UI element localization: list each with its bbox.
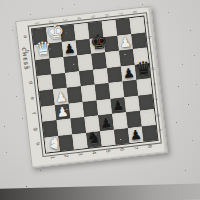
- rank-label-bottom-5: 5: [105, 149, 110, 153]
- file-label-left-h: h: [35, 142, 40, 146]
- board-grain-specks: [16, 22, 17, 23]
- black-knight-h4: ♞: [86, 129, 102, 146]
- file-label-left-f: f: [31, 112, 36, 114]
- white-knight-h1: ♞: [44, 134, 60, 151]
- white-pawn-f2: ♟: [55, 105, 70, 120]
- rank-label-bottom-7: 7: [133, 146, 138, 150]
- rank-label-bottom-2: 2: [64, 154, 69, 158]
- file-label-left-a: a: [23, 35, 28, 39]
- file-label-left-g: g: [33, 127, 38, 131]
- file-label-right-g: g: [156, 113, 161, 117]
- rank-label-bottom-1: 1: [50, 156, 55, 160]
- file-label-left-c: c: [26, 66, 31, 69]
- board-square-e8: [136, 78, 152, 95]
- film-grain-specks: [0, 0, 1, 1]
- board-square-b8: [131, 32, 147, 49]
- file-label-right-e: e: [152, 82, 157, 86]
- rank-label-top-8: 8: [132, 10, 137, 14]
- white-pawn-e2: ♟: [53, 89, 68, 104]
- board-square-g8: [140, 109, 156, 126]
- black-queen-d8: ♛: [134, 58, 150, 78]
- file-label-right-a: a: [145, 21, 150, 25]
- file-label-right-b: b: [147, 36, 152, 40]
- file-label-right-c: c: [148, 52, 153, 55]
- rank-label-bottom-4: 4: [91, 151, 96, 155]
- file-label-left-e: e: [30, 96, 35, 100]
- rank-label-bottom-8: 8: [147, 144, 152, 148]
- rank-label-bottom-6: 6: [119, 148, 124, 152]
- rank-label-top-7: 7: [118, 12, 123, 16]
- rank-label-bottom-3: 3: [77, 152, 82, 156]
- file-label-left-d: d: [28, 81, 33, 85]
- board-square-f8: [138, 94, 154, 111]
- file-label-right-h: h: [157, 128, 162, 132]
- black-pawn-f6: ♟: [111, 98, 126, 113]
- rank-label-top-6: 6: [104, 13, 109, 17]
- board-square-h8: [142, 124, 158, 141]
- file-label-right-f: f: [153, 98, 158, 100]
- black-pawn-g5: ♟: [98, 115, 113, 130]
- chessboard: CHESS ♕ ♚♛♟♚♟♟♛♟♟♟♟♞♞♟ 1234567812345678a…: [15, 6, 168, 169]
- rank-label-top-1: 1: [34, 21, 39, 25]
- black-pawn-d7: ♟: [121, 66, 136, 81]
- black-king-b5: ♚: [89, 31, 105, 52]
- rank-label-top-5: 5: [90, 15, 95, 19]
- board-square-a8: [129, 17, 145, 34]
- black-pawn-h7: ♟: [128, 128, 143, 143]
- black-pawn-b3: ♟: [62, 41, 77, 56]
- white-pawn-b7: ♟: [117, 35, 132, 50]
- photo-frame: CHESS ♕ ♚♛♟♚♟♟♛♟♟♟♟♞♞♟ 1234567812345678a…: [0, 0, 200, 200]
- file-label-left-b: b: [25, 50, 30, 54]
- playing-area: ♕ ♚♛♟♚♟♟♛♟♟♟♟♞♞♟: [31, 16, 159, 154]
- rank-label-top-4: 4: [76, 17, 81, 21]
- table-shadow-band: [0, 183, 200, 200]
- white-queen-b1: ♛: [33, 39, 49, 59]
